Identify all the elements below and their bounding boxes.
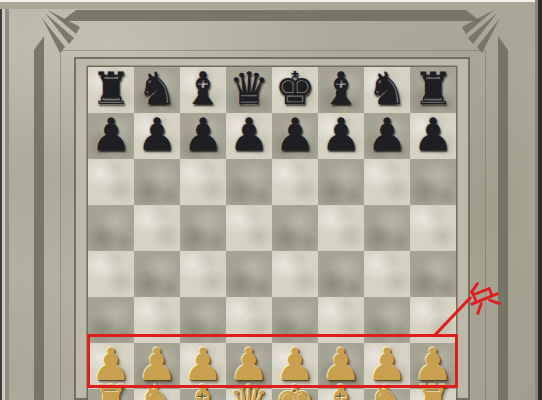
white-bishop[interactable]: ♝ — [180, 380, 226, 400]
white-rook[interactable]: ♜ — [410, 380, 456, 400]
square-f3[interactable] — [318, 297, 364, 343]
frame-stripe-right — [498, 36, 508, 400]
square-f4[interactable] — [318, 251, 364, 297]
square-b4[interactable] — [134, 251, 180, 297]
chess-board[interactable]: ♜♞♝♛♚♝♞♜♟♟♟♟♟♟♟♟♟♟♟♟♟♟♟♟♜♞♝♛♚♝♞♜ — [88, 67, 456, 400]
square-b6[interactable] — [134, 159, 180, 205]
square-d4[interactable] — [226, 251, 272, 297]
square-d3[interactable] — [226, 297, 272, 343]
square-a3[interactable] — [88, 297, 134, 343]
window-left-shade — [5, 0, 9, 400]
square-g7[interactable]: ♟ — [364, 113, 410, 159]
square-c7[interactable]: ♟ — [180, 113, 226, 159]
square-e6[interactable] — [272, 159, 318, 205]
white-knight[interactable]: ♞ — [364, 380, 410, 400]
white-knight[interactable]: ♞ — [134, 380, 180, 400]
black-pawn[interactable]: ♟ — [134, 113, 180, 157]
square-c5[interactable] — [180, 205, 226, 251]
square-e4[interactable] — [272, 251, 318, 297]
square-d7[interactable]: ♟ — [226, 113, 272, 159]
square-c1[interactable]: ♝ — [180, 389, 226, 400]
square-f8[interactable]: ♝ — [318, 67, 364, 113]
black-pawn[interactable]: ♟ — [410, 113, 456, 157]
square-b8[interactable]: ♞ — [134, 67, 180, 113]
square-b3[interactable] — [134, 297, 180, 343]
square-d8[interactable]: ♛ — [226, 67, 272, 113]
square-h5[interactable] — [410, 205, 456, 251]
black-pawn[interactable]: ♟ — [180, 113, 226, 157]
black-pawn[interactable]: ♟ — [318, 113, 364, 157]
black-bishop[interactable]: ♝ — [318, 67, 364, 111]
square-a4[interactable] — [88, 251, 134, 297]
black-pawn[interactable]: ♟ — [88, 113, 134, 157]
frame-stripe-top — [62, 10, 480, 21]
black-queen[interactable]: ♛ — [226, 67, 272, 111]
square-e7[interactable]: ♟ — [272, 113, 318, 159]
frame-stripe-left — [34, 36, 44, 400]
square-b1[interactable]: ♞ — [134, 389, 180, 400]
white-king[interactable]: ♚ — [272, 380, 318, 400]
square-g6[interactable] — [364, 159, 410, 205]
square-g8[interactable]: ♞ — [364, 67, 410, 113]
square-f6[interactable] — [318, 159, 364, 205]
square-h8[interactable]: ♜ — [410, 67, 456, 113]
black-pawn[interactable]: ♟ — [364, 113, 410, 157]
square-e3[interactable] — [272, 297, 318, 343]
square-h3[interactable] — [410, 297, 456, 343]
white-rook[interactable]: ♜ — [88, 380, 134, 400]
square-f7[interactable]: ♟ — [318, 113, 364, 159]
square-h1[interactable]: ♜ — [410, 389, 456, 400]
square-f1[interactable]: ♝ — [318, 389, 364, 400]
square-h6[interactable] — [410, 159, 456, 205]
square-g1[interactable]: ♞ — [364, 389, 410, 400]
black-bishop[interactable]: ♝ — [180, 67, 226, 111]
square-f5[interactable] — [318, 205, 364, 251]
square-g5[interactable] — [364, 205, 410, 251]
square-g3[interactable] — [364, 297, 410, 343]
black-knight[interactable]: ♞ — [364, 67, 410, 111]
square-h7[interactable]: ♟ — [410, 113, 456, 159]
black-pawn[interactable]: ♟ — [226, 113, 272, 157]
black-knight[interactable]: ♞ — [134, 67, 180, 111]
square-d1[interactable]: ♛ — [226, 389, 272, 400]
square-c3[interactable] — [180, 297, 226, 343]
square-a7[interactable]: ♟ — [88, 113, 134, 159]
square-a8[interactable]: ♜ — [88, 67, 134, 113]
square-b7[interactable]: ♟ — [134, 113, 180, 159]
square-h4[interactable] — [410, 251, 456, 297]
square-a5[interactable] — [88, 205, 134, 251]
square-c8[interactable]: ♝ — [180, 67, 226, 113]
white-bishop[interactable]: ♝ — [318, 380, 364, 400]
square-c6[interactable] — [180, 159, 226, 205]
square-b5[interactable] — [134, 205, 180, 251]
black-king[interactable]: ♚ — [272, 67, 318, 111]
window-right-edge — [538, 0, 542, 400]
square-a1[interactable]: ♜ — [88, 389, 134, 400]
black-rook[interactable]: ♜ — [410, 67, 456, 111]
square-e5[interactable] — [272, 205, 318, 251]
square-e1[interactable]: ♚ — [272, 389, 318, 400]
square-a6[interactable] — [88, 159, 134, 205]
square-d5[interactable] — [226, 205, 272, 251]
square-g4[interactable] — [364, 251, 410, 297]
square-d6[interactable] — [226, 159, 272, 205]
white-queen[interactable]: ♛ — [226, 380, 272, 400]
black-pawn[interactable]: ♟ — [272, 113, 318, 157]
square-c4[interactable] — [180, 251, 226, 297]
chess-app-window: ♜♞♝♛♚♝♞♜♟♟♟♟♟♟♟♟♟♟♟♟♟♟♟♟♜♞♝♛♚♝♞♜ 兵 — [0, 0, 542, 400]
square-e8[interactable]: ♚ — [272, 67, 318, 113]
black-rook[interactable]: ♜ — [88, 67, 134, 111]
